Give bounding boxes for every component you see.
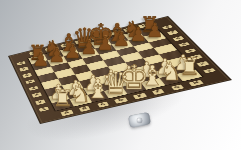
piece-black-pawn-b7[interactable]: ♟ xyxy=(48,46,65,65)
rank-label-left-8: 8 xyxy=(16,61,26,66)
piece-black-pawn-g7[interactable]: ♟ xyxy=(129,26,146,45)
piece-black-pawn-d7[interactable]: ♟ xyxy=(80,38,97,57)
piece-black-pawn-h7[interactable]: ♟ xyxy=(146,22,163,42)
rank-label-right-6: 6 xyxy=(172,36,184,41)
piece-black-pawn-a7[interactable]: ♟ xyxy=(32,50,49,69)
rank-label-left-7: 7 xyxy=(19,67,29,72)
rank-label-left-4: 4 xyxy=(28,86,39,91)
rank-label-right-1: 1 xyxy=(203,68,217,74)
rank-label-right-5: 5 xyxy=(178,42,190,47)
rank-label-left-1: 1 xyxy=(38,107,49,113)
piece-black-pawn-e7[interactable]: ♟ xyxy=(96,34,113,53)
piece-white-rook-h1[interactable]: ♜ xyxy=(179,56,200,80)
rank-label-right-7: 7 xyxy=(167,30,179,35)
rank-label-left-2: 2 xyxy=(35,99,46,104)
rank-label-left-6: 6 xyxy=(22,73,32,78)
piece-black-pawn-f7[interactable]: ♟ xyxy=(113,30,130,49)
chess-set-photo: AA88BB77CC66DD55EE44FF33GG22HH11 ♜♞♝♛♚♝♞… xyxy=(0,0,241,150)
clasp-knob xyxy=(137,117,143,123)
rank-label-left-3: 3 xyxy=(31,92,42,97)
piece-white-rook-a1[interactable]: ♜ xyxy=(52,87,73,110)
rank-label-left-5: 5 xyxy=(25,79,35,84)
piece-black-pawn-c7[interactable]: ♟ xyxy=(64,42,81,61)
